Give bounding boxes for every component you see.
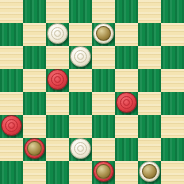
king-crown-icon [96,164,111,179]
piece-core [54,30,61,37]
board-square-a6[interactable] [0,46,23,69]
board-square-e2[interactable] [92,138,115,161]
board-square-h7[interactable] [161,23,184,46]
board-square-d4[interactable] [69,92,92,115]
board-square-e3[interactable] [92,115,115,138]
board-square-d6[interactable] [69,46,92,69]
board-square-f2[interactable] [115,138,138,161]
board-square-g6[interactable] [138,46,161,69]
red-king[interactable] [24,138,45,159]
board-square-b7[interactable] [23,23,46,46]
board-square-h5[interactable] [161,69,184,92]
board-square-b2[interactable] [23,138,46,161]
board-square-c5[interactable] [46,69,69,92]
board-square-c1[interactable] [46,161,69,184]
board-square-g7[interactable] [138,23,161,46]
board-square-a7[interactable] [0,23,23,46]
red-man[interactable] [47,69,68,90]
board-square-d1[interactable] [69,161,92,184]
piece-core [77,53,84,60]
board-square-b1[interactable] [23,161,46,184]
board-square-a5[interactable] [0,69,23,92]
board-square-h6[interactable] [161,46,184,69]
white-king[interactable] [93,23,114,44]
board-square-e4[interactable] [92,92,115,115]
board-square-d2[interactable] [69,138,92,161]
board-square-h4[interactable] [161,92,184,115]
piece-core [77,145,84,152]
board-square-e8[interactable] [92,0,115,23]
board-square-c4[interactable] [46,92,69,115]
board-square-h8[interactable] [161,0,184,23]
board-square-e7[interactable] [92,23,115,46]
board-square-f4[interactable] [115,92,138,115]
board-square-a3[interactable] [0,115,23,138]
board-square-b5[interactable] [23,69,46,92]
board-square-g4[interactable] [138,92,161,115]
board-square-g1[interactable] [138,161,161,184]
red-king[interactable] [93,161,114,182]
board-square-b6[interactable] [23,46,46,69]
board-square-g8[interactable] [138,0,161,23]
board-square-g3[interactable] [138,115,161,138]
board-square-f8[interactable] [115,0,138,23]
board-square-f5[interactable] [115,69,138,92]
board-square-e5[interactable] [92,69,115,92]
board-square-h1[interactable] [161,161,184,184]
board-square-f3[interactable] [115,115,138,138]
board-square-b8[interactable] [23,0,46,23]
king-crown-icon [142,164,157,179]
board-square-f1[interactable] [115,161,138,184]
board-square-d5[interactable] [69,69,92,92]
piece-core [8,122,15,129]
white-man[interactable] [70,46,91,67]
board-square-h3[interactable] [161,115,184,138]
piece-core [123,99,130,106]
board-square-f7[interactable] [115,23,138,46]
red-man[interactable] [1,115,22,136]
king-crown-icon [96,26,111,41]
checkers-board [0,0,184,184]
board-square-c7[interactable] [46,23,69,46]
board-square-a2[interactable] [0,138,23,161]
white-king[interactable] [139,161,160,182]
board-square-b3[interactable] [23,115,46,138]
board-square-g5[interactable] [138,69,161,92]
board-square-c3[interactable] [46,115,69,138]
white-man[interactable] [70,138,91,159]
board-square-d8[interactable] [69,0,92,23]
board-square-e6[interactable] [92,46,115,69]
board-square-a1[interactable] [0,161,23,184]
board-square-c8[interactable] [46,0,69,23]
piece-core [54,76,61,83]
board-square-c6[interactable] [46,46,69,69]
white-man[interactable] [47,23,68,44]
board-square-g2[interactable] [138,138,161,161]
board-square-a8[interactable] [0,0,23,23]
board-square-d3[interactable] [69,115,92,138]
board-square-b4[interactable] [23,92,46,115]
board-square-c2[interactable] [46,138,69,161]
king-crown-icon [27,141,42,156]
board-square-a4[interactable] [0,92,23,115]
board-square-e1[interactable] [92,161,115,184]
board-square-h2[interactable] [161,138,184,161]
board-square-f6[interactable] [115,46,138,69]
red-man[interactable] [116,92,137,113]
board-square-d7[interactable] [69,23,92,46]
